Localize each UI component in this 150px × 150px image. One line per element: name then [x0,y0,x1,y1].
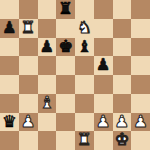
square-b6[interactable] [19,38,38,57]
square-c2[interactable] [38,113,57,132]
black-pawn-a7[interactable]: ♟ [2,19,17,36]
square-c3[interactable]: ♝ [38,94,57,113]
white-knight-e7[interactable]: ♞ [77,19,92,36]
square-e2[interactable] [75,113,94,132]
white-pawn-b2[interactable]: ♟ [21,113,36,130]
square-e7[interactable]: ♞ [75,19,94,38]
square-a6[interactable] [0,38,19,57]
black-king-d6[interactable]: ♚ [58,38,73,55]
black-queen-a2[interactable]: ♛ [2,113,17,130]
square-h2[interactable]: ♟ [131,113,150,132]
square-d8[interactable]: ♜ [56,0,75,19]
square-c4[interactable] [38,75,57,94]
square-a1[interactable] [0,131,19,150]
square-c5[interactable] [38,56,57,75]
square-e6[interactable]: ♝ [75,38,94,57]
square-e5[interactable] [75,56,94,75]
square-d7[interactable] [56,19,75,38]
black-pawn-c6[interactable]: ♟ [39,38,54,55]
square-g6[interactable] [113,38,132,57]
square-h7[interactable] [131,19,150,38]
square-h4[interactable] [131,75,150,94]
square-c7[interactable] [38,19,57,38]
square-e8[interactable] [75,0,94,19]
square-a7[interactable]: ♟ [0,19,19,38]
square-c1[interactable] [38,131,57,150]
square-g3[interactable] [113,94,132,113]
square-f2[interactable]: ♟ [94,113,113,132]
white-rook-e1[interactable]: ♜ [77,132,92,149]
square-g8[interactable] [113,0,132,19]
square-a5[interactable] [0,56,19,75]
black-bishop-e6[interactable]: ♝ [77,38,92,55]
black-pawn-f5[interactable]: ♟ [96,57,111,74]
white-king-g1[interactable]: ♚ [114,132,129,149]
square-a3[interactable] [0,94,19,113]
white-pawn-h2[interactable]: ♟ [133,113,148,130]
square-g4[interactable] [113,75,132,94]
chess-board: ♜♟♜♞♟♚♝♟♝♛♟♟♟♟♜♚ [0,0,150,150]
square-b5[interactable] [19,56,38,75]
square-g1[interactable]: ♚ [113,131,132,150]
square-g5[interactable] [113,56,132,75]
square-g2[interactable]: ♟ [113,113,132,132]
square-a4[interactable] [0,75,19,94]
square-f1[interactable] [94,131,113,150]
square-e4[interactable] [75,75,94,94]
square-c8[interactable] [38,0,57,19]
square-d3[interactable] [56,94,75,113]
square-d6[interactable]: ♚ [56,38,75,57]
white-pawn-g2[interactable]: ♟ [114,113,129,130]
square-e3[interactable] [75,94,94,113]
white-rook-b7[interactable]: ♜ [21,19,36,36]
square-f6[interactable] [94,38,113,57]
square-f7[interactable] [94,19,113,38]
square-b1[interactable] [19,131,38,150]
square-b3[interactable] [19,94,38,113]
black-rook-d8[interactable]: ♜ [58,1,73,18]
square-f5[interactable]: ♟ [94,56,113,75]
square-h1[interactable] [131,131,150,150]
square-f3[interactable] [94,94,113,113]
white-bishop-c3[interactable]: ♝ [39,94,54,111]
square-b7[interactable]: ♜ [19,19,38,38]
square-h6[interactable] [131,38,150,57]
square-a2[interactable]: ♛ [0,113,19,132]
square-a8[interactable] [0,0,19,19]
square-d2[interactable] [56,113,75,132]
square-d4[interactable] [56,75,75,94]
square-b8[interactable] [19,0,38,19]
square-h8[interactable] [131,0,150,19]
square-h3[interactable] [131,94,150,113]
square-h5[interactable] [131,56,150,75]
square-f4[interactable] [94,75,113,94]
square-d5[interactable] [56,56,75,75]
white-pawn-f2[interactable]: ♟ [96,113,111,130]
square-c6[interactable]: ♟ [38,38,57,57]
square-e1[interactable]: ♜ [75,131,94,150]
square-f8[interactable] [94,0,113,19]
square-b4[interactable] [19,75,38,94]
square-d1[interactable] [56,131,75,150]
square-b2[interactable]: ♟ [19,113,38,132]
square-g7[interactable] [113,19,132,38]
